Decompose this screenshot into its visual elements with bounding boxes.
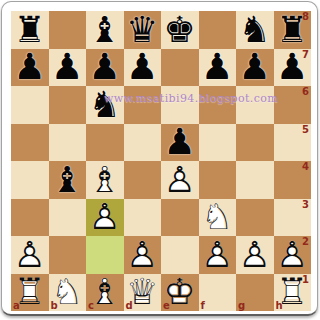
rank-label-2: 2	[302, 236, 309, 247]
rank-label-4: 4	[302, 161, 309, 172]
piece-white-rook: ♖	[274, 274, 312, 312]
square-c4[interactable]: ♝♗	[86, 161, 124, 199]
square-e6[interactable]	[161, 86, 199, 124]
square-c8[interactable]: ♝	[86, 11, 124, 49]
square-a8[interactable]: ♜	[11, 11, 49, 49]
square-f5[interactable]	[199, 124, 237, 162]
file-label-g: g	[238, 300, 245, 311]
square-h3[interactable]: 3	[274, 199, 312, 237]
square-h1[interactable]: ♜♖1h	[274, 274, 312, 312]
piece-white-pawn: ♙	[274, 236, 312, 274]
piece-white-knight-fill: ♞	[49, 274, 87, 312]
piece-black-rook: ♜	[274, 11, 312, 49]
square-d7[interactable]: ♟	[124, 49, 162, 87]
square-f3[interactable]: ♞♘	[199, 199, 237, 237]
square-c3[interactable]: ♟♙	[86, 199, 124, 237]
square-c7[interactable]: ♟	[86, 49, 124, 87]
square-h6[interactable]: 6	[274, 86, 312, 124]
square-h4[interactable]: 4	[274, 161, 312, 199]
file-label-e: e	[163, 300, 170, 311]
square-g3[interactable]	[236, 199, 274, 237]
square-g2[interactable]: ♟♙	[236, 236, 274, 274]
square-a5[interactable]	[11, 124, 49, 162]
piece-white-queen: ♕	[124, 274, 162, 312]
square-c6[interactable]: ♞	[86, 86, 124, 124]
square-f4[interactable]	[199, 161, 237, 199]
piece-black-king: ♚	[161, 11, 199, 49]
file-label-b: b	[51, 300, 58, 311]
square-e7[interactable]	[161, 49, 199, 87]
square-d1[interactable]: ♛♕d	[124, 274, 162, 312]
square-f8[interactable]	[199, 11, 237, 49]
square-b6[interactable]	[49, 86, 87, 124]
square-a7[interactable]: ♟	[11, 49, 49, 87]
square-d2[interactable]: ♟♙	[124, 236, 162, 274]
piece-white-pawn-fill: ♟	[274, 236, 312, 274]
piece-white-king: ♔	[161, 274, 199, 312]
piece-white-pawn: ♙	[86, 199, 124, 237]
piece-white-pawn-fill: ♟	[11, 236, 49, 274]
square-d5[interactable]	[124, 124, 162, 162]
piece-black-pawn: ♟	[11, 49, 49, 87]
square-d8[interactable]: ♛	[124, 11, 162, 49]
square-h8[interactable]: ♜8	[274, 11, 312, 49]
piece-white-queen-fill: ♛	[124, 274, 162, 312]
piece-black-bishop: ♝	[86, 11, 124, 49]
piece-white-pawn: ♙	[11, 236, 49, 274]
piece-white-pawn: ♙	[161, 161, 199, 199]
piece-black-pawn: ♟	[199, 49, 237, 87]
rank-label-5: 5	[302, 124, 309, 135]
piece-white-rook: ♖	[11, 274, 49, 312]
square-h7[interactable]: ♟7	[274, 49, 312, 87]
square-d6[interactable]	[124, 86, 162, 124]
piece-black-queen: ♛	[124, 11, 162, 49]
square-e2[interactable]	[161, 236, 199, 274]
square-f7[interactable]: ♟	[199, 49, 237, 87]
square-e1[interactable]: ♚♔e	[161, 274, 199, 312]
square-g4[interactable]	[236, 161, 274, 199]
piece-white-pawn-fill: ♟	[124, 236, 162, 274]
piece-black-pawn: ♟	[236, 49, 274, 87]
piece-black-pawn: ♟	[49, 49, 87, 87]
file-label-d: d	[126, 300, 133, 311]
square-d3[interactable]	[124, 199, 162, 237]
piece-white-pawn-fill: ♟	[236, 236, 274, 274]
piece-white-bishop: ♗	[86, 274, 124, 312]
square-f1[interactable]: f	[199, 274, 237, 312]
piece-white-rook-fill: ♜	[274, 274, 312, 312]
piece-black-knight: ♞	[86, 86, 124, 124]
piece-white-knight: ♘	[49, 274, 87, 312]
rank-label-6: 6	[302, 86, 309, 97]
square-g5[interactable]	[236, 124, 274, 162]
square-f2[interactable]: ♟♙	[199, 236, 237, 274]
square-e8[interactable]: ♚	[161, 11, 199, 49]
file-label-h: h	[276, 300, 283, 311]
piece-white-pawn: ♙	[236, 236, 274, 274]
square-h2[interactable]: ♟♙2	[274, 236, 312, 274]
file-label-a: a	[13, 300, 20, 311]
piece-white-pawn: ♙	[199, 236, 237, 274]
piece-black-bishop: ♝	[49, 161, 87, 199]
square-g1[interactable]: g	[236, 274, 274, 312]
square-e5[interactable]: ♟	[161, 124, 199, 162]
chess-board: ♜♝♛♚♞♜8♟♟♟♟♟♟♟7♞6♟5♝♝♗♟♙4♟♙♞♘3♟♙♟♙♟♙♟♙♟♙…	[11, 11, 311, 311]
square-b8[interactable]	[49, 11, 87, 49]
rank-label-8: 8	[302, 11, 309, 22]
piece-white-king-fill: ♚	[161, 274, 199, 312]
piece-black-rook: ♜	[11, 11, 49, 49]
piece-white-bishop-fill: ♝	[86, 161, 124, 199]
square-b2[interactable]	[49, 236, 87, 274]
square-f6[interactable]	[199, 86, 237, 124]
square-b3[interactable]	[49, 199, 87, 237]
piece-black-pawn: ♟	[274, 49, 312, 87]
square-a3[interactable]	[11, 199, 49, 237]
piece-white-pawn-fill: ♟	[199, 236, 237, 274]
file-label-c: c	[88, 300, 94, 311]
piece-white-pawn: ♙	[124, 236, 162, 274]
square-c1[interactable]: ♝♗c	[86, 274, 124, 312]
piece-white-rook-fill: ♜	[11, 274, 49, 312]
piece-white-knight: ♘	[199, 199, 237, 237]
piece-black-pawn: ♟	[124, 49, 162, 87]
square-d4[interactable]	[124, 161, 162, 199]
square-g6[interactable]	[236, 86, 274, 124]
square-g7[interactable]: ♟	[236, 49, 274, 87]
piece-white-bishop-fill: ♝	[86, 274, 124, 312]
rank-label-1: 1	[302, 274, 309, 285]
square-g8[interactable]: ♞	[236, 11, 274, 49]
square-a1[interactable]: ♜♖a	[11, 274, 49, 312]
piece-black-pawn: ♟	[161, 124, 199, 162]
square-a4[interactable]	[11, 161, 49, 199]
rank-label-3: 3	[302, 199, 309, 210]
square-h5[interactable]: 5	[274, 124, 312, 162]
square-a2[interactable]: ♟♙	[11, 236, 49, 274]
image-frame: ♜♝♛♚♞♜8♟♟♟♟♟♟♟7♞6♟5♝♝♗♟♙4♟♙♞♘3♟♙♟♙♟♙♟♙♟♙…	[1, 1, 318, 316]
piece-white-bishop: ♗	[86, 161, 124, 199]
square-b4[interactable]: ♝	[49, 161, 87, 199]
square-c5[interactable]	[86, 124, 124, 162]
piece-black-knight: ♞	[236, 11, 274, 49]
square-a6[interactable]	[11, 86, 49, 124]
square-b5[interactable]	[49, 124, 87, 162]
piece-white-pawn-fill: ♟	[161, 161, 199, 199]
piece-white-pawn-fill: ♟	[86, 199, 124, 237]
square-b7[interactable]: ♟	[49, 49, 87, 87]
square-e4[interactable]: ♟♙	[161, 161, 199, 199]
rank-label-7: 7	[302, 49, 309, 60]
file-label-f: f	[201, 300, 205, 311]
piece-black-pawn: ♟	[86, 49, 124, 87]
square-c2[interactable]	[86, 236, 124, 274]
square-e3[interactable]	[161, 199, 199, 237]
square-b1[interactable]: ♞♘b	[49, 274, 87, 312]
piece-white-knight-fill: ♞	[199, 199, 237, 237]
